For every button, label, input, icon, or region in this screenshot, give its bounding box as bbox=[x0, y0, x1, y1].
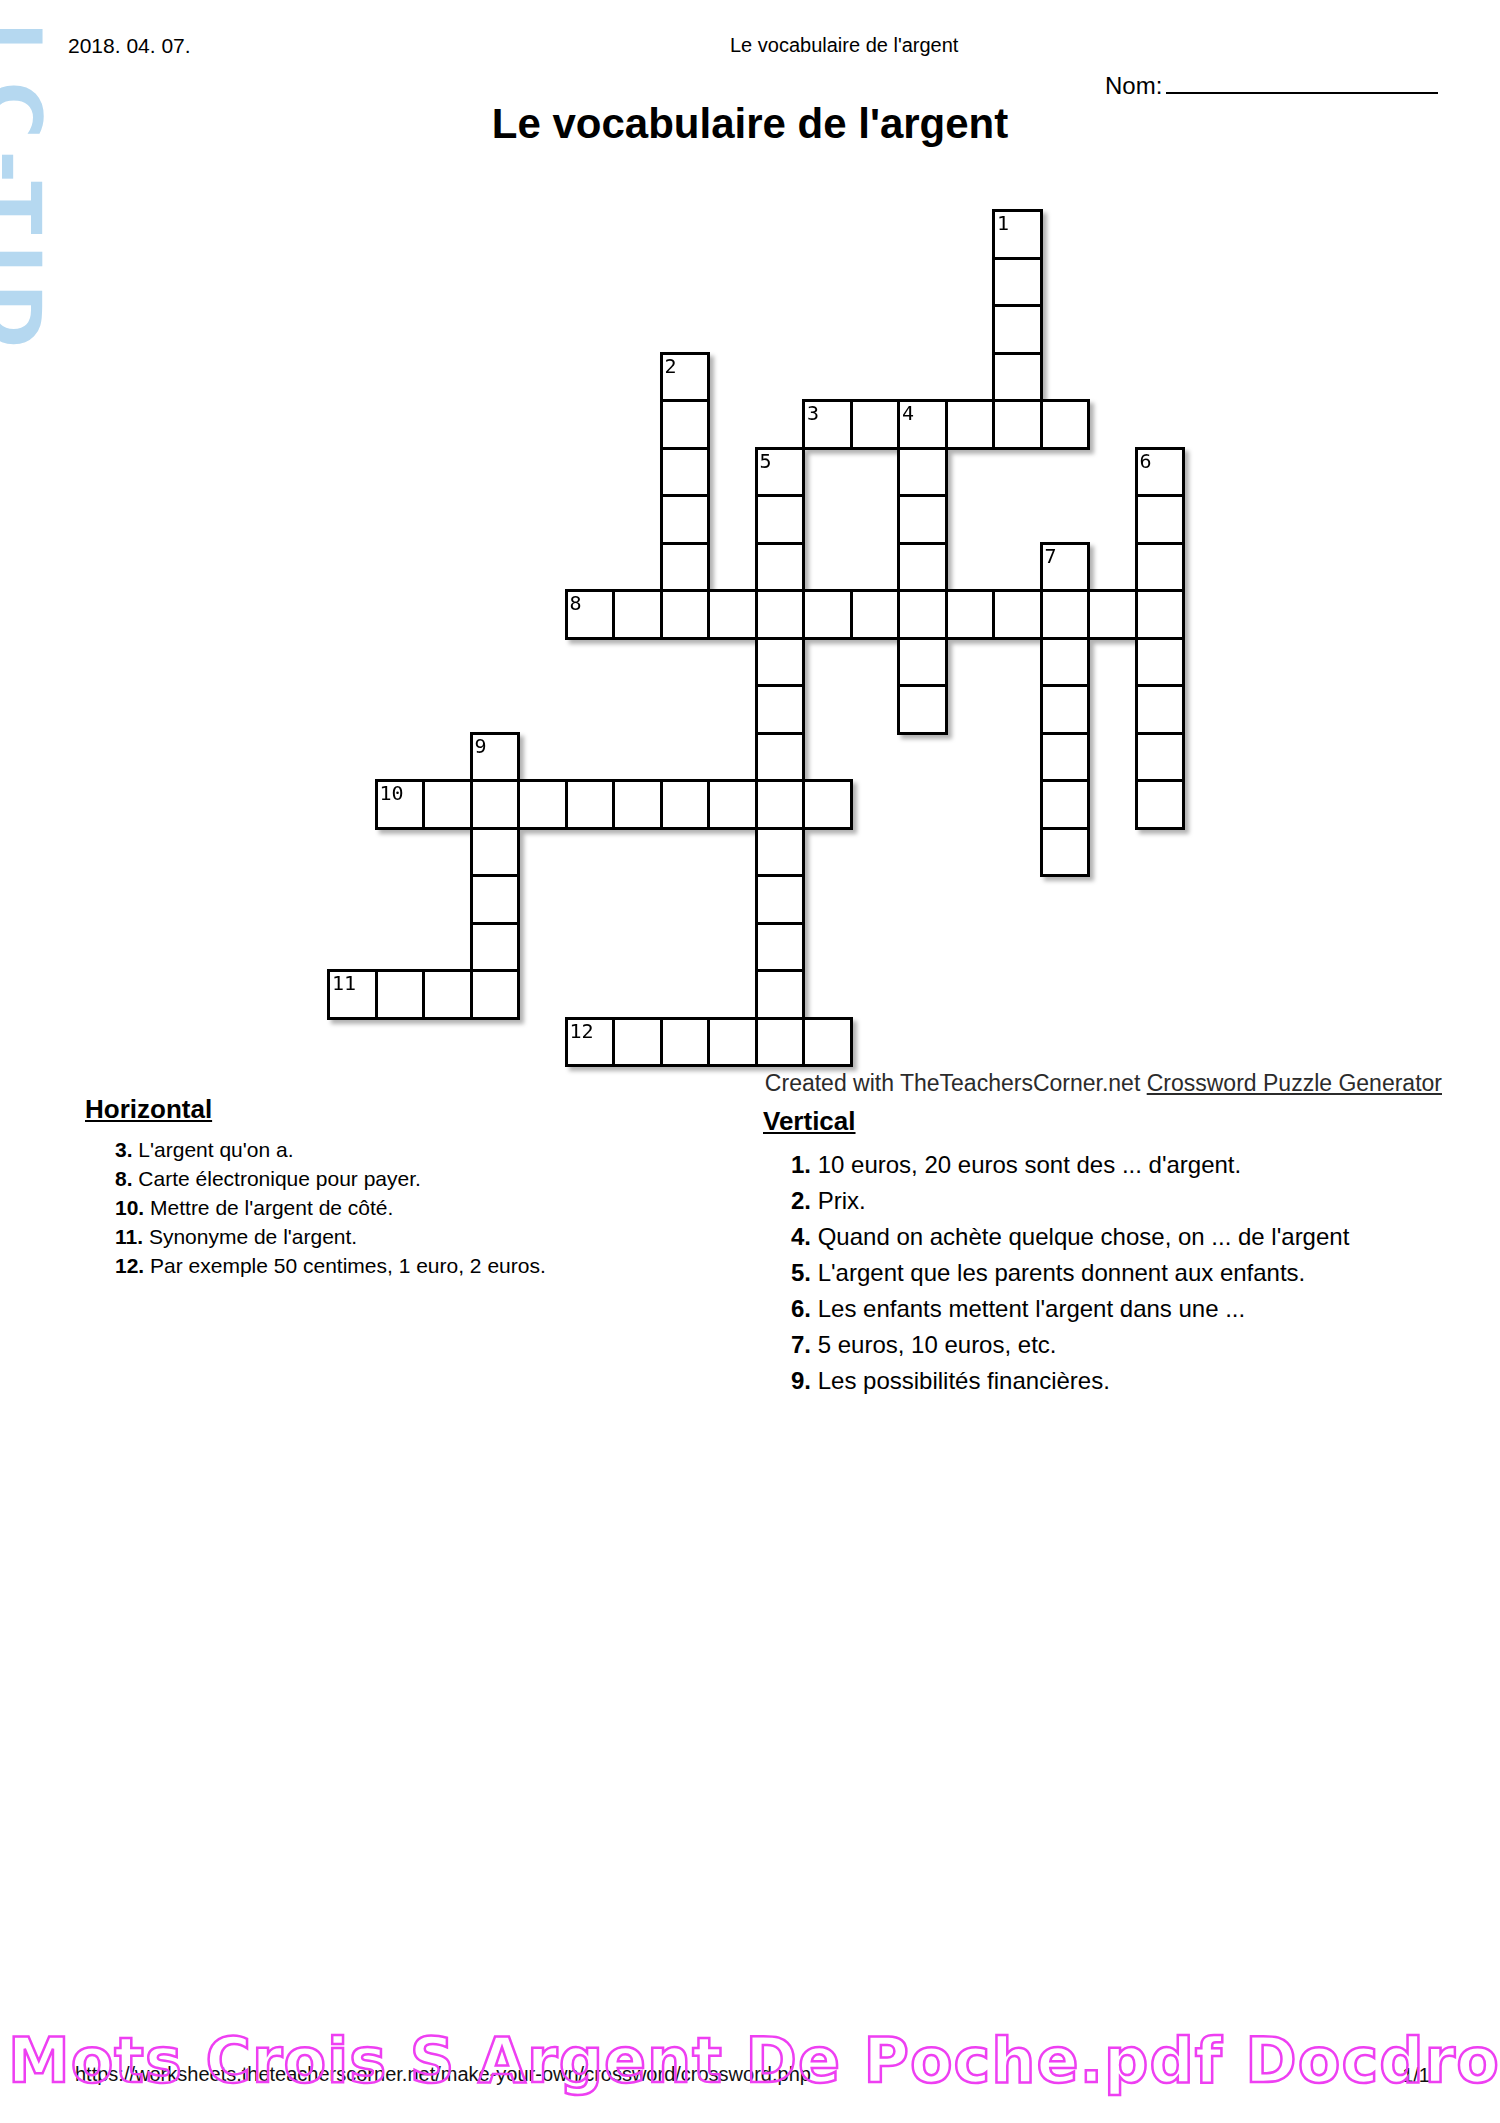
grid-cell-r12c5[interactable] bbox=[565, 779, 616, 830]
grid-cell-r17c6[interactable] bbox=[612, 1017, 663, 1068]
grid-cell-r17c5[interactable]: 12 bbox=[565, 1017, 616, 1068]
grid-cell-r12c1[interactable]: 10 bbox=[375, 779, 426, 830]
down-clue-number-1: 1. bbox=[791, 1151, 811, 1178]
grid-cell-r4c14[interactable] bbox=[992, 399, 1043, 450]
grid-cell-r7c7[interactable] bbox=[660, 542, 711, 593]
grid-cell-r6c7[interactable] bbox=[660, 494, 711, 545]
worksheet-page: { "game": "crossword", "title": "Le voca… bbox=[0, 0, 1500, 2123]
across-clue-number-11: 11. bbox=[115, 1225, 143, 1248]
grid-cell-r8c10[interactable] bbox=[802, 589, 853, 640]
across-clues-section: Horizontal 3. L'argent qu'on a.8. Carte … bbox=[85, 1094, 705, 1280]
grid-cell-r13c9[interactable] bbox=[755, 827, 806, 878]
across-clue-3: 3. L'argent qu'on a. bbox=[85, 1135, 705, 1164]
grid-cell-r16c0[interactable]: 11 bbox=[327, 969, 378, 1020]
across-clue-list: 3. L'argent qu'on a.8. Carte électroniqu… bbox=[85, 1135, 705, 1280]
grid-cell-r6c9[interactable] bbox=[755, 494, 806, 545]
down-clue-list: 1. 10 euros, 20 euros sont des ... d'arg… bbox=[763, 1147, 1463, 1399]
clue-number-2: 2 bbox=[663, 355, 708, 377]
grid-cell-r10c12[interactable] bbox=[897, 684, 948, 735]
grid-cell-r6c17[interactable] bbox=[1135, 494, 1186, 545]
name-blank-underline bbox=[1166, 70, 1438, 94]
grid-cell-r8c13[interactable] bbox=[945, 589, 996, 640]
clue-number-8: 8 bbox=[568, 592, 613, 614]
grid-cell-r8c15[interactable] bbox=[1040, 589, 1091, 640]
grid-cell-r8c5[interactable]: 8 bbox=[565, 589, 616, 640]
grid-cell-r12c10[interactable] bbox=[802, 779, 853, 830]
grid-cell-r10c9[interactable] bbox=[755, 684, 806, 735]
grid-cell-r4c15[interactable] bbox=[1040, 399, 1091, 450]
across-clue-number-3: 3. bbox=[115, 1138, 133, 1161]
clue-number-1: 1 bbox=[995, 212, 1040, 234]
grid-cell-r10c15[interactable] bbox=[1040, 684, 1091, 735]
down-clue-9: 9. Les possibilités financières. bbox=[763, 1363, 1463, 1399]
clue-number-7: 7 bbox=[1043, 545, 1088, 567]
grid-cell-r8c12[interactable] bbox=[897, 589, 948, 640]
grid-cell-r12c17[interactable] bbox=[1135, 779, 1186, 830]
grid-cell-r5c9[interactable]: 5 bbox=[755, 447, 806, 498]
grid-cell-r10c17[interactable] bbox=[1135, 684, 1186, 735]
grid-cell-r3c14[interactable] bbox=[992, 352, 1043, 403]
grid-cell-r13c3[interactable] bbox=[470, 827, 521, 878]
grid-cell-r12c3[interactable] bbox=[470, 779, 521, 830]
grid-cell-r8c17[interactable] bbox=[1135, 589, 1186, 640]
grid-cell-r7c17[interactable] bbox=[1135, 542, 1186, 593]
name-label: Nom: bbox=[1105, 72, 1162, 99]
clue-number-11: 11 bbox=[330, 972, 375, 994]
grid-cell-r13c15[interactable] bbox=[1040, 827, 1091, 878]
grid-cell-r17c10[interactable] bbox=[802, 1017, 853, 1068]
grid-cell-r12c6[interactable] bbox=[612, 779, 663, 830]
across-clue-11: 11. Synonyme de l'argent. bbox=[85, 1222, 705, 1251]
grid-cell-r9c15[interactable] bbox=[1040, 637, 1091, 688]
down-clue-4: 4. Quand on achète quelque chose, on ...… bbox=[763, 1219, 1463, 1255]
clue-number-6: 6 bbox=[1138, 450, 1183, 472]
attribution: Created with TheTeachersCorner.net Cross… bbox=[765, 1070, 1442, 1097]
header-document-title: Le vocabulaire de l'argent bbox=[730, 34, 958, 57]
grid-cell-r9c12[interactable] bbox=[897, 637, 948, 688]
across-clue-number-8: 8. bbox=[115, 1167, 133, 1190]
grid-cell-r4c12[interactable]: 4 bbox=[897, 399, 948, 450]
grid-cell-r16c2[interactable] bbox=[422, 969, 473, 1020]
page-title: Le vocabulaire de l'argent bbox=[0, 100, 1500, 148]
grid-cell-r14c9[interactable] bbox=[755, 874, 806, 925]
grid-cell-r14c3[interactable] bbox=[470, 874, 521, 925]
clue-number-9: 9 bbox=[473, 735, 518, 757]
down-clue-number-7: 7. bbox=[791, 1331, 811, 1358]
clue-number-10: 10 bbox=[378, 782, 423, 804]
grid-cell-r9c9[interactable] bbox=[755, 637, 806, 688]
grid-cell-r4c10[interactable]: 3 bbox=[802, 399, 853, 450]
grid-cell-r16c3[interactable] bbox=[470, 969, 521, 1020]
down-clue-number-9: 9. bbox=[791, 1367, 811, 1394]
clue-number-12: 12 bbox=[568, 1020, 613, 1042]
grid-cell-r8c9[interactable] bbox=[755, 589, 806, 640]
grid-cell-r15c9[interactable] bbox=[755, 922, 806, 973]
grid-cell-r11c15[interactable] bbox=[1040, 732, 1091, 783]
grid-cell-r16c1[interactable] bbox=[375, 969, 426, 1020]
crossword-generator-link[interactable]: Crossword Puzzle Generator bbox=[1147, 1070, 1442, 1096]
grid-cell-r4c13[interactable] bbox=[945, 399, 996, 450]
name-line: Nom: bbox=[1105, 70, 1438, 100]
down-clue-7: 7. 5 euros, 10 euros, etc. bbox=[763, 1327, 1463, 1363]
header-date: 2018. 04. 07. bbox=[68, 34, 191, 58]
docdroid-watermark: LLC-TID bbox=[0, 0, 57, 358]
down-clue-number-6: 6. bbox=[791, 1295, 811, 1322]
across-clue-10: 10. Mettre de l'argent de côté. bbox=[85, 1193, 705, 1222]
grid-cell-r8c14[interactable] bbox=[992, 589, 1043, 640]
grid-cell-r12c7[interactable] bbox=[660, 779, 711, 830]
grid-cell-r4c7[interactable] bbox=[660, 399, 711, 450]
down-clue-number-5: 5. bbox=[791, 1259, 811, 1286]
clue-number-5: 5 bbox=[758, 450, 803, 472]
grid-cell-r11c3[interactable]: 9 bbox=[470, 732, 521, 783]
grid-cell-r8c11[interactable] bbox=[850, 589, 901, 640]
grid-cell-r17c9[interactable] bbox=[755, 1017, 806, 1068]
grid-cell-r17c7[interactable] bbox=[660, 1017, 711, 1068]
grid-cell-r15c3[interactable] bbox=[470, 922, 521, 973]
grid-cell-r12c9[interactable] bbox=[755, 779, 806, 830]
down-clue-number-2: 2. bbox=[791, 1187, 811, 1214]
crossword-grid: 123456789101112 bbox=[327, 209, 1185, 1067]
grid-cell-r7c12[interactable] bbox=[897, 542, 948, 593]
across-heading: Horizontal bbox=[85, 1094, 705, 1125]
grid-cell-r3c7[interactable]: 2 bbox=[660, 352, 711, 403]
across-clue-12: 12. Par exemple 50 centimes, 1 euro, 2 e… bbox=[85, 1251, 705, 1280]
down-clue-1: 1. 10 euros, 20 euros sont des ... d'arg… bbox=[763, 1147, 1463, 1183]
grid-cell-r8c8[interactable] bbox=[707, 589, 758, 640]
across-clue-number-12: 12. bbox=[115, 1254, 144, 1277]
grid-cell-r7c9[interactable] bbox=[755, 542, 806, 593]
grid-cell-r8c7[interactable] bbox=[660, 589, 711, 640]
grid-cell-r8c6[interactable] bbox=[612, 589, 663, 640]
down-clue-6: 6. Les enfants mettent l'argent dans une… bbox=[763, 1291, 1463, 1327]
down-clue-number-4: 4. bbox=[791, 1223, 811, 1250]
grid-cell-r12c4[interactable] bbox=[517, 779, 568, 830]
clue-number-4: 4 bbox=[900, 402, 945, 424]
grid-cell-r7c15[interactable]: 7 bbox=[1040, 542, 1091, 593]
across-clue-number-10: 10. bbox=[115, 1196, 144, 1219]
grid-cell-r4c11[interactable] bbox=[850, 399, 901, 450]
clue-number-3: 3 bbox=[805, 402, 850, 424]
grid-cell-r17c8[interactable] bbox=[707, 1017, 758, 1068]
grid-cell-r12c2[interactable] bbox=[422, 779, 473, 830]
down-clues-section: Vertical 1. 10 euros, 20 euros sont des … bbox=[763, 1106, 1463, 1399]
grid-cell-r11c17[interactable] bbox=[1135, 732, 1186, 783]
down-heading: Vertical bbox=[763, 1106, 1463, 1137]
attribution-prefix: Created with TheTeachersCorner.net bbox=[765, 1070, 1147, 1096]
down-clue-5: 5. L'argent que les parents donnent aux … bbox=[763, 1255, 1463, 1291]
grid-cell-r5c17[interactable]: 6 bbox=[1135, 447, 1186, 498]
grid-cell-r1c14[interactable] bbox=[992, 257, 1043, 308]
grid-cell-r8c16[interactable] bbox=[1087, 589, 1138, 640]
down-clue-2: 2. Prix. bbox=[763, 1183, 1463, 1219]
document-overlay-title: Mots Crois S Argent De Poche.pdf Docdroi… bbox=[8, 2024, 1498, 2097]
grid-cell-r2c14[interactable] bbox=[992, 304, 1043, 355]
grid-cell-r12c8[interactable] bbox=[707, 779, 758, 830]
grid-cell-r5c12[interactable] bbox=[897, 447, 948, 498]
across-clue-8: 8. Carte électronique pour payer. bbox=[85, 1164, 705, 1193]
grid-cell-r6c12[interactable] bbox=[897, 494, 948, 545]
grid-cell-r0c14[interactable]: 1 bbox=[992, 209, 1043, 260]
grid-cell-r5c7[interactable] bbox=[660, 447, 711, 498]
grid-cell-r16c9[interactable] bbox=[755, 969, 806, 1020]
grid-cell-r11c9[interactable] bbox=[755, 732, 806, 783]
grid-cell-r12c15[interactable] bbox=[1040, 779, 1091, 830]
grid-cell-r9c17[interactable] bbox=[1135, 637, 1186, 688]
